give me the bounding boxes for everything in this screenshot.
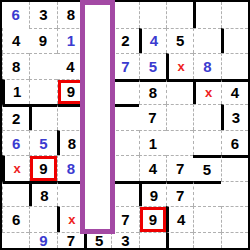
cell-r5c6-digit-5[interactable]: 5 [29, 130, 56, 156]
cell-r9c5-digit-3[interactable]: 3 [111, 232, 138, 248]
cell-r5c7-digit-8[interactable]: 8 [57, 130, 84, 156]
cell-r6c2-empty[interactable] [193, 130, 220, 156]
column-highlight [80, 0, 115, 234]
cell-r5c5-digit-6[interactable]: 6 [2, 130, 29, 156]
cell-r9c7-empty[interactable] [166, 232, 193, 248]
cell-r1c9-digit-4[interactable]: 4 [2, 28, 29, 54]
cell-r6c3-digit-6[interactable]: 6 [221, 130, 248, 156]
cell-r2c4-digit-4[interactable]: 4 [139, 28, 166, 54]
cell-r4c7-empty[interactable] [29, 104, 56, 130]
cell-r8c3-empty[interactable] [29, 206, 56, 232]
cell-r5c9-digit-1[interactable]: 1 [139, 130, 166, 156]
cell-r1c4-empty[interactable] [111, 2, 138, 28]
cell-r6c9-digit-7[interactable]: 7 [166, 155, 193, 181]
cell-r1c1-digit-6[interactable]: 6 [2, 2, 29, 28]
cell-r6c1-empty[interactable] [166, 130, 193, 156]
cell-r1c8-empty[interactable] [221, 2, 248, 28]
cell-r4c2-digit-8[interactable]: 8 [139, 79, 166, 105]
cell-r1c6-empty[interactable] [166, 2, 193, 28]
cell-r9c1-empty[interactable] [2, 232, 29, 248]
cell-r7c7-digit-9[interactable]: 9 [139, 181, 166, 207]
cell-r2c5-digit-5[interactable]: 5 [166, 28, 193, 54]
sudoku-board: 6384912458475x8198x427365816x984758976x7… [0, 0, 250, 250]
cell-r4c5-digit-4[interactable]: 4 [221, 79, 248, 105]
cell-r3c2-digit-7[interactable]: 7 [111, 53, 138, 79]
cell-r3c3-digit-5[interactable]: 5 [139, 53, 166, 79]
cell-r6c7-empty[interactable] [111, 155, 138, 181]
cell-r5c8-empty[interactable] [111, 130, 138, 156]
cell-r2c3-digit-2[interactable]: 2 [111, 28, 138, 54]
cell-r5c4-digit-3[interactable]: 3 [221, 104, 248, 130]
cell-r9c4-digit-5[interactable]: 5 [84, 232, 111, 248]
cell-r1c7-empty[interactable] [193, 2, 220, 28]
cell-r1c2-digit-3[interactable]: 3 [29, 2, 56, 28]
cell-r7c6-empty[interactable] [111, 181, 138, 207]
cell-r2c9-empty[interactable] [29, 53, 56, 79]
cell-r4c6-digit-2[interactable]: 2 [2, 104, 29, 130]
cell-r3c8-empty[interactable] [29, 79, 56, 105]
cell-r4c4-x-mark[interactable]: x [193, 79, 220, 105]
cell-r9c8-empty[interactable] [193, 232, 220, 248]
cell-r7c8-digit-7[interactable]: 7 [166, 181, 193, 207]
cell-r3c1-digit-4[interactable]: 4 [57, 53, 84, 79]
cell-r3c7-digit-1[interactable]: 1 [2, 79, 29, 105]
cell-r7c2-empty[interactable] [221, 155, 248, 181]
cell-r5c1-digit-7[interactable]: 7 [139, 104, 166, 130]
cell-r8c9-empty[interactable] [221, 206, 248, 232]
cell-r9c2-digit-9[interactable]: 9 [29, 232, 56, 248]
cell-r4c3-empty[interactable] [166, 79, 193, 105]
cell-r8c7-digit-4[interactable]: 4 [166, 206, 193, 232]
cell-r6c8-digit-4[interactable]: 4 [139, 155, 166, 181]
cell-r9c3-digit-7[interactable]: 7 [57, 232, 84, 248]
cell-r8c8-empty[interactable] [193, 206, 220, 232]
cell-r6c4-x-mark[interactable]: x [2, 155, 29, 181]
cell-r4c9-empty[interactable] [111, 104, 138, 130]
cell-r7c4-digit-8[interactable]: 8 [29, 181, 56, 207]
cell-r7c1-digit-5[interactable]: 5 [193, 155, 220, 181]
cell-r1c5-empty[interactable] [139, 2, 166, 28]
cell-r8c1-empty[interactable] [221, 181, 248, 207]
cell-r8c5-digit-7[interactable]: 7 [111, 206, 138, 232]
cell-r7c9-empty[interactable] [193, 181, 220, 207]
cell-r8c4-x-mark[interactable]: x [57, 206, 84, 232]
cell-r2c1-digit-9[interactable]: 9 [29, 28, 56, 54]
cell-r6c5-digit-9[interactable]: 9 [29, 155, 56, 181]
cell-r4c8-empty[interactable] [57, 104, 84, 130]
cell-r4c1-empty[interactable] [111, 79, 138, 105]
cell-r3c4-x-mark[interactable]: x [166, 53, 193, 79]
cell-r5c2-empty[interactable] [166, 104, 193, 130]
cell-r2c2-digit-1[interactable]: 1 [57, 28, 84, 54]
cell-r3c6-empty[interactable] [221, 53, 248, 79]
cell-r3c5-digit-8[interactable]: 8 [193, 53, 220, 79]
cell-r3c9-digit-9[interactable]: 9 [57, 79, 84, 105]
cell-r7c3-empty[interactable] [2, 181, 29, 207]
cell-r9c9-empty[interactable] [221, 232, 248, 248]
cell-r2c7-empty[interactable] [221, 28, 248, 54]
cell-r8c2-digit-6[interactable]: 6 [2, 206, 29, 232]
cell-r2c8-digit-8[interactable]: 8 [2, 53, 29, 79]
cell-r7c5-empty[interactable] [57, 181, 84, 207]
cell-r9c6-empty[interactable] [139, 232, 166, 248]
cell-r1c3-digit-8[interactable]: 8 [57, 2, 84, 28]
cell-r6c6-digit-8[interactable]: 8 [57, 155, 84, 181]
cell-r8c6-digit-9[interactable]: 9 [139, 206, 166, 232]
cell-r2c6-empty[interactable] [193, 28, 220, 54]
cell-r5c3-empty[interactable] [193, 104, 220, 130]
